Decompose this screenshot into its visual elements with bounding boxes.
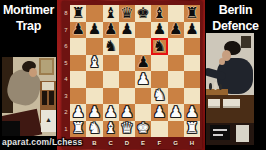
square-g7[interactable]: ♟ — [168, 22, 184, 39]
video-frame: Mortimer Trap ▲ 87654321 ♜♝♛♚♝♜♟♟♟♟♟♟♟♞♞… — [0, 0, 266, 150]
papers — [236, 125, 249, 142]
square-e7[interactable] — [135, 22, 151, 39]
piece-black-knight: ♞ — [104, 39, 117, 54]
square-d5[interactable] — [119, 55, 135, 72]
file-label-d: D — [119, 138, 135, 148]
sponsor-sign: ▲ — [41, 110, 56, 132]
piece-black-pawn: ♟ — [153, 22, 166, 37]
square-c3[interactable] — [103, 88, 119, 105]
square-b4[interactable] — [86, 71, 102, 88]
black-sign — [210, 125, 230, 140]
chess-piece-silhouette — [219, 84, 222, 90]
square-d6[interactable] — [119, 38, 135, 55]
name-card — [42, 82, 54, 90]
rank-label-4: 4 — [62, 71, 70, 88]
watermark: aparat.com/Lchess — [2, 137, 82, 147]
rank-label-1: 1 — [62, 121, 70, 138]
left-title-line2: Trap — [0, 18, 57, 34]
square-a1[interactable]: ♜ — [70, 121, 86, 138]
piece-white-pawn: ♟ — [71, 105, 84, 120]
name-card — [223, 99, 240, 108]
square-g4[interactable] — [168, 71, 184, 88]
square-h8[interactable]: ♜ — [184, 5, 200, 22]
right-panel: Berlin Defence — [205, 0, 266, 150]
square-e1[interactable]: ♚ — [135, 121, 151, 138]
rank-label-2: 2 — [62, 104, 70, 121]
rank-label-8: 8 — [62, 5, 70, 22]
square-f8[interactable]: ♝ — [151, 5, 167, 22]
square-h2[interactable]: ♟ — [184, 104, 200, 121]
picture-frame — [39, 58, 54, 75]
board-squares: ♜♝♛♚♝♜♟♟♟♟♟♟♟♞♞♝♟♟♞♟♟♟♟♟♟♟♜♞♝♛♚♜ — [70, 5, 200, 137]
square-a7[interactable]: ♟ — [70, 22, 86, 39]
piece-white-knight: ♞ — [153, 88, 166, 103]
piece-white-knight: ♞ — [88, 121, 101, 136]
square-b5[interactable]: ♝ — [86, 55, 102, 72]
chess-board: 87654321 ♜♝♛♚♝♜♟♟♟♟♟♟♟♞♞♝♟♟♞♟♟♟♟♟♟♟♜♞♝♛♚… — [62, 1, 202, 149]
piece-white-bishop: ♝ — [88, 55, 101, 70]
piece-black-king: ♚ — [136, 6, 149, 21]
square-b6[interactable] — [86, 38, 102, 55]
square-c5[interactable] — [103, 55, 119, 72]
piece-black-pawn: ♟ — [185, 22, 198, 37]
piece-black-pawn: ♟ — [169, 22, 182, 37]
square-b2[interactable]: ♟ — [86, 104, 102, 121]
piece-white-pawn: ♟ — [120, 105, 133, 120]
piece-white-pawn: ♟ — [153, 105, 166, 120]
square-e4[interactable]: ♟ — [135, 71, 151, 88]
square-d7[interactable]: ♟ — [119, 22, 135, 39]
piece-black-pawn: ♟ — [71, 22, 84, 37]
wall-picture — [241, 36, 251, 48]
floor-shadow — [2, 121, 20, 136]
piece-black-pawn: ♟ — [88, 22, 101, 37]
chess-piece-silhouette — [209, 83, 212, 90]
piece-black-rook: ♜ — [71, 6, 84, 21]
file-label-f: F — [151, 138, 167, 148]
square-a6[interactable] — [70, 38, 86, 55]
square-c2[interactable]: ♟ — [103, 104, 119, 121]
piece-white-pawn: ♟ — [169, 105, 182, 120]
table-lower — [206, 123, 254, 145]
square-c1[interactable]: ♝ — [103, 121, 119, 138]
square-e3[interactable] — [135, 88, 151, 105]
left-title-line1: Mortimer — [0, 2, 57, 18]
square-h5[interactable] — [184, 55, 200, 72]
square-d8[interactable]: ♛ — [119, 5, 135, 22]
piece-black-rook: ♜ — [185, 6, 198, 21]
square-g8[interactable] — [168, 5, 184, 22]
piece-black-bishop: ♝ — [104, 6, 117, 21]
right-player-photo — [206, 33, 254, 145]
chess-piece-silhouette — [214, 82, 217, 90]
file-labels: ABCDEFGH — [70, 138, 200, 148]
clock-slot — [49, 91, 54, 105]
square-c4[interactable] — [103, 71, 119, 88]
square-a4[interactable] — [70, 71, 86, 88]
square-b1[interactable]: ♞ — [86, 121, 102, 138]
rank-label-5: 5 — [62, 55, 70, 72]
square-b3[interactable] — [86, 88, 102, 105]
file-label-h: H — [184, 138, 200, 148]
square-a3[interactable] — [70, 88, 86, 105]
square-g6[interactable] — [168, 38, 184, 55]
square-f5[interactable] — [151, 55, 167, 72]
file-label-e: E — [135, 138, 151, 148]
square-e8[interactable]: ♚ — [135, 5, 151, 22]
square-c8[interactable]: ♝ — [103, 5, 119, 22]
square-f7[interactable]: ♟ — [151, 22, 167, 39]
square-a5[interactable] — [70, 55, 86, 72]
rank-label-3: 3 — [62, 88, 70, 105]
piece-white-pawn: ♟ — [88, 105, 101, 120]
square-h1[interactable]: ♜ — [184, 121, 200, 138]
square-h4[interactable] — [184, 71, 200, 88]
piece-white-rook: ♜ — [185, 121, 198, 136]
rank-label-7: 7 — [62, 22, 70, 39]
square-e2[interactable] — [135, 104, 151, 121]
rank-label-6: 6 — [62, 38, 70, 55]
square-f1[interactable] — [151, 121, 167, 138]
player-face — [29, 68, 37, 77]
square-b7[interactable]: ♟ — [86, 22, 102, 39]
piece-black-queen: ♛ — [120, 6, 133, 21]
piece-black-knight: ♞ — [153, 39, 166, 54]
square-g2[interactable]: ♟ — [168, 104, 184, 121]
file-label-g: G — [168, 138, 184, 148]
piece-black-pawn: ♟ — [136, 55, 149, 70]
piece-white-pawn: ♟ — [185, 105, 198, 120]
piece-white-bishop: ♝ — [104, 121, 117, 136]
piece-white-pawn: ♟ — [136, 72, 149, 87]
square-a8[interactable]: ♜ — [70, 5, 86, 22]
sign-text-line — [213, 134, 223, 136]
piece-black-pawn: ♟ — [120, 22, 133, 37]
piece-black-bishop: ♝ — [153, 6, 166, 21]
square-d2[interactable]: ♟ — [119, 104, 135, 121]
square-d4[interactable] — [119, 71, 135, 88]
right-panel-title: Berlin Defence — [205, 2, 266, 34]
file-label-c: C — [103, 138, 119, 148]
square-b8[interactable] — [86, 5, 102, 22]
square-f4[interactable] — [151, 71, 167, 88]
square-d1[interactable]: ♛ — [119, 121, 135, 138]
name-card — [208, 99, 220, 108]
right-title-line2: Defence — [205, 18, 266, 34]
right-title-line1: Berlin — [205, 2, 266, 18]
table-front — [206, 95, 254, 123]
square-c6[interactable]: ♞ — [103, 38, 119, 55]
rank-labels: 87654321 — [62, 5, 70, 137]
square-g3[interactable] — [168, 88, 184, 105]
square-e6[interactable] — [135, 38, 151, 55]
clock-slot — [42, 91, 47, 105]
player-hand — [219, 58, 225, 65]
left-panel: Mortimer Trap ▲ — [0, 0, 57, 150]
piece-white-king: ♚ — [136, 121, 149, 136]
square-e5[interactable]: ♟ — [135, 55, 151, 72]
square-g1[interactable] — [168, 121, 184, 138]
square-f6[interactable]: ♞ — [151, 38, 167, 55]
square-h6[interactable] — [184, 38, 200, 55]
piece-white-pawn: ♟ — [104, 105, 117, 120]
square-d3[interactable] — [119, 88, 135, 105]
square-h7[interactable]: ♟ — [184, 22, 200, 39]
piece-white-rook: ♜ — [71, 121, 84, 136]
left-player-photo: ▲ — [2, 57, 56, 136]
square-c7[interactable]: ♟ — [103, 22, 119, 39]
square-a2[interactable]: ♟ — [70, 104, 86, 121]
file-label-b: B — [86, 138, 102, 148]
square-g5[interactable] — [168, 55, 184, 72]
square-h3[interactable] — [184, 88, 200, 105]
left-panel-title: Mortimer Trap — [0, 2, 57, 34]
piece-white-queen: ♛ — [120, 121, 133, 136]
sign-text-line — [213, 129, 227, 131]
square-f3[interactable]: ♞ — [151, 88, 167, 105]
square-f2[interactable]: ♟ — [151, 104, 167, 121]
piece-black-pawn: ♟ — [104, 22, 117, 37]
